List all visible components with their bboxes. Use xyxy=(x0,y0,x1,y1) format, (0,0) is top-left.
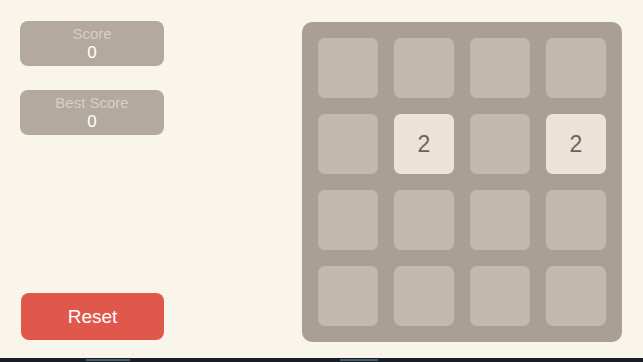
cell-r2c3 xyxy=(546,190,606,250)
cell-r3c0 xyxy=(318,266,378,326)
cell-r2c0 xyxy=(318,190,378,250)
best-score-box: Best Score 0 xyxy=(20,90,164,135)
cell-r3c1 xyxy=(394,266,454,326)
score-box: Score 0 xyxy=(20,21,164,66)
taskbar-speck xyxy=(340,359,378,361)
cell-r1c3: 2 xyxy=(546,114,606,174)
cell-r3c3 xyxy=(546,266,606,326)
cell-r1c2 xyxy=(470,114,530,174)
tile-2: 2 xyxy=(394,114,454,174)
cell-r3c2 xyxy=(470,266,530,326)
cell-r1c0 xyxy=(318,114,378,174)
score-value: 0 xyxy=(87,43,96,63)
cell-r0c3 xyxy=(546,38,606,98)
game-board[interactable]: 2 2 xyxy=(302,22,622,342)
score-label: Score xyxy=(72,25,111,43)
reset-button[interactable]: Reset xyxy=(21,293,164,340)
best-score-label: Best Score xyxy=(55,94,128,112)
reset-button-label: Reset xyxy=(68,306,118,328)
cell-r2c2 xyxy=(470,190,530,250)
taskbar-speck xyxy=(86,359,130,361)
cell-r1c1: 2 xyxy=(394,114,454,174)
cell-r0c1 xyxy=(394,38,454,98)
taskbar-sliver xyxy=(0,358,643,362)
game-screen: Score 0 Best Score 0 Reset 2 2 xyxy=(0,0,643,362)
best-score-value: 0 xyxy=(87,112,96,132)
cell-r0c2 xyxy=(470,38,530,98)
cell-r2c1 xyxy=(394,190,454,250)
cell-r0c0 xyxy=(318,38,378,98)
tile-2: 2 xyxy=(546,114,606,174)
